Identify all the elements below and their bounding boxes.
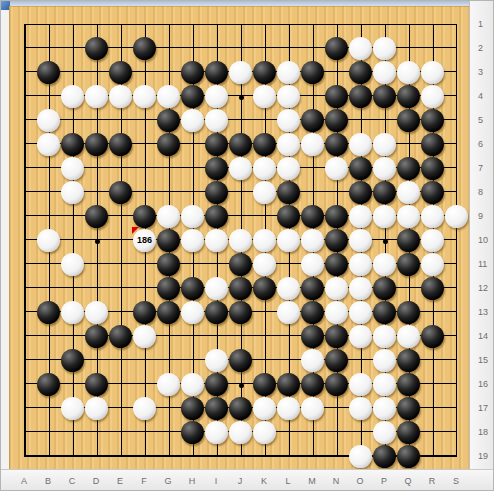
white-stone-M15[interactable] <box>301 349 324 372</box>
black-stone-D2[interactable] <box>85 37 108 60</box>
black-stone-B3[interactable] <box>37 61 60 84</box>
black-stone-L16[interactable] <box>277 373 300 396</box>
black-stone-L8[interactable] <box>277 181 300 204</box>
white-stone-G9[interactable] <box>157 205 180 228</box>
row-label-15: 15 <box>478 355 494 365</box>
black-stone-M12[interactable] <box>301 277 324 300</box>
white-stone-G4[interactable] <box>157 85 180 108</box>
white-stone-C4[interactable] <box>61 85 84 108</box>
black-stone-F2[interactable] <box>133 37 156 60</box>
black-stone-G13[interactable] <box>157 301 180 324</box>
white-stone-B10[interactable] <box>37 229 60 252</box>
black-stone-N6[interactable] <box>325 133 348 156</box>
white-stone-Q3[interactable] <box>397 61 420 84</box>
white-stone-P11[interactable] <box>373 253 396 276</box>
white-stone-I10[interactable] <box>205 229 228 252</box>
white-stone-L6[interactable] <box>277 133 300 156</box>
black-stone-N9[interactable] <box>325 205 348 228</box>
column-label-R: R <box>420 476 444 486</box>
black-stone-H17[interactable] <box>181 397 204 420</box>
black-stone-Q19[interactable] <box>397 445 420 468</box>
white-stone-N7[interactable] <box>325 157 348 180</box>
column-label-J: J <box>228 476 252 486</box>
white-stone-H10[interactable] <box>181 229 204 252</box>
black-stone-J12[interactable] <box>229 277 252 300</box>
white-stone-O19[interactable] <box>349 445 372 468</box>
black-stone-G10[interactable] <box>157 229 180 252</box>
white-stone-P16[interactable] <box>373 373 396 396</box>
row-label-4: 4 <box>478 91 494 101</box>
row-label-13: 13 <box>478 307 494 317</box>
star-point <box>239 383 244 388</box>
row-label-16: 16 <box>478 379 494 389</box>
white-stone-H13[interactable] <box>181 301 204 324</box>
white-stone-H5[interactable] <box>181 109 204 132</box>
row-label-11: 11 <box>478 259 494 269</box>
black-stone-Q4[interactable] <box>397 85 420 108</box>
white-stone-G16[interactable] <box>157 373 180 396</box>
black-stone-P4[interactable] <box>373 85 396 108</box>
white-stone-M11[interactable] <box>301 253 324 276</box>
column-label-M: M <box>300 476 324 486</box>
white-stone-R4[interactable] <box>421 85 444 108</box>
white-stone-C17[interactable] <box>61 397 84 420</box>
black-stone-M16[interactable] <box>301 373 324 396</box>
column-label-D: D <box>84 476 108 486</box>
white-stone-Q9[interactable] <box>397 205 420 228</box>
black-stone-P8[interactable] <box>373 181 396 204</box>
black-stone-G11[interactable] <box>157 253 180 276</box>
black-stone-G6[interactable] <box>157 133 180 156</box>
white-stone-L3[interactable] <box>277 61 300 84</box>
white-stone-K10[interactable] <box>253 229 276 252</box>
black-stone-H4[interactable] <box>181 85 204 108</box>
white-stone-O10[interactable] <box>349 229 372 252</box>
black-stone-I6[interactable] <box>205 133 228 156</box>
white-stone-M17[interactable] <box>301 397 324 420</box>
white-stone-I12[interactable] <box>205 277 228 300</box>
black-stone-R7[interactable] <box>421 157 444 180</box>
black-stone-M9[interactable] <box>301 205 324 228</box>
column-label-C: C <box>60 476 84 486</box>
black-stone-N5[interactable] <box>325 109 348 132</box>
white-stone-P6[interactable] <box>373 133 396 156</box>
white-stone-K8[interactable] <box>253 181 276 204</box>
white-stone-L7[interactable] <box>277 157 300 180</box>
black-stone-D16[interactable] <box>85 373 108 396</box>
white-stone-N12[interactable] <box>325 277 348 300</box>
white-stone-L10[interactable] <box>277 229 300 252</box>
row-label-12: 12 <box>478 283 494 293</box>
column-label-P: P <box>372 476 396 486</box>
white-stone-C11[interactable] <box>61 253 84 276</box>
star-point <box>95 239 100 244</box>
white-stone-F4[interactable] <box>133 85 156 108</box>
row-label-19: 19 <box>478 451 494 461</box>
white-stone-O12[interactable] <box>349 277 372 300</box>
column-label-B: B <box>36 476 60 486</box>
white-stone-I18[interactable] <box>205 421 228 444</box>
white-stone-P7[interactable] <box>373 157 396 180</box>
black-stone-K3[interactable] <box>253 61 276 84</box>
white-stone-P17[interactable] <box>373 397 396 420</box>
white-stone-L4[interactable] <box>277 85 300 108</box>
white-stone-C8[interactable] <box>61 181 84 204</box>
black-stone-R6[interactable] <box>421 133 444 156</box>
black-stone-R5[interactable] <box>421 109 444 132</box>
black-stone-R12[interactable] <box>421 277 444 300</box>
white-stone-K11[interactable] <box>253 253 276 276</box>
white-stone-O2[interactable] <box>349 37 372 60</box>
white-stone-O16[interactable] <box>349 373 372 396</box>
row-label-10: 10 <box>478 235 494 245</box>
black-stone-Q15[interactable] <box>397 349 420 372</box>
move-number-label: 186 <box>133 229 156 252</box>
white-stone-K7[interactable] <box>253 157 276 180</box>
white-stone-O14[interactable] <box>349 325 372 348</box>
black-stone-K12[interactable] <box>253 277 276 300</box>
column-label-O: O <box>348 476 372 486</box>
white-stone-C7[interactable] <box>61 157 84 180</box>
column-label-I: I <box>204 476 228 486</box>
white-stone-K18[interactable] <box>253 421 276 444</box>
white-stone-P15[interactable] <box>373 349 396 372</box>
white-stone-O17[interactable] <box>349 397 372 420</box>
black-stone-M5[interactable] <box>301 109 324 132</box>
white-stone-P18[interactable] <box>373 421 396 444</box>
row-label-6: 6 <box>478 139 494 149</box>
black-stone-I17[interactable] <box>205 397 228 420</box>
white-stone-B5[interactable] <box>37 109 60 132</box>
black-stone-J13[interactable] <box>229 301 252 324</box>
white-stone-P2[interactable] <box>373 37 396 60</box>
black-stone-J6[interactable] <box>229 133 252 156</box>
white-stone-R9[interactable] <box>421 205 444 228</box>
black-stone-J11[interactable] <box>229 253 252 276</box>
black-stone-I7[interactable] <box>205 157 228 180</box>
black-stone-N4[interactable] <box>325 85 348 108</box>
white-stone-I5[interactable] <box>205 109 228 132</box>
column-label-H: H <box>180 476 204 486</box>
row-label-3: 3 <box>478 67 494 77</box>
black-stone-I3[interactable] <box>205 61 228 84</box>
black-stone-D6[interactable] <box>85 133 108 156</box>
white-stone-I4[interactable] <box>205 85 228 108</box>
white-stone-D13[interactable] <box>85 301 108 324</box>
white-stone-O13[interactable] <box>349 301 372 324</box>
black-stone-R8[interactable] <box>421 181 444 204</box>
white-stone-O6[interactable] <box>349 133 372 156</box>
white-stone-J7[interactable] <box>229 157 252 180</box>
black-stone-P19[interactable] <box>373 445 396 468</box>
black-stone-Q17[interactable] <box>397 397 420 420</box>
black-stone-G5[interactable] <box>157 109 180 132</box>
white-stone-L12[interactable] <box>277 277 300 300</box>
row-label-17: 17 <box>478 403 494 413</box>
black-stone-E8[interactable] <box>109 181 132 204</box>
row-label-7: 7 <box>478 163 494 173</box>
star-point <box>239 95 244 100</box>
white-stone-R11[interactable] <box>421 253 444 276</box>
column-label-S: S <box>444 476 468 486</box>
black-stone-N15[interactable] <box>325 349 348 372</box>
white-stone-H9[interactable] <box>181 205 204 228</box>
white-stone-O9[interactable] <box>349 205 372 228</box>
black-stone-Q11[interactable] <box>397 253 420 276</box>
black-stone-K16[interactable] <box>253 373 276 396</box>
white-stone-K4[interactable] <box>253 85 276 108</box>
white-stone-M6[interactable] <box>301 133 324 156</box>
black-stone-J15[interactable] <box>229 349 252 372</box>
black-stone-Q7[interactable] <box>397 157 420 180</box>
column-label-F: F <box>132 476 156 486</box>
black-stone-C6[interactable] <box>61 133 84 156</box>
white-stone-O11[interactable] <box>349 253 372 276</box>
white-stone-R10[interactable] <box>421 229 444 252</box>
column-label-A: A <box>12 476 36 486</box>
white-stone-L5[interactable] <box>277 109 300 132</box>
white-stone-C13[interactable] <box>61 301 84 324</box>
white-stone-F17[interactable] <box>133 397 156 420</box>
white-stone-Q8[interactable] <box>397 181 420 204</box>
column-label-K: K <box>252 476 276 486</box>
black-stone-O3[interactable] <box>349 61 372 84</box>
game-window: 186 ABCDEFGHIJKLMNOPQRS12345678910111213… <box>0 0 494 491</box>
white-stone-R3[interactable] <box>421 61 444 84</box>
black-stone-C15[interactable] <box>61 349 84 372</box>
black-stone-H3[interactable] <box>181 61 204 84</box>
black-stone-H12[interactable] <box>181 277 204 300</box>
black-stone-J17[interactable] <box>229 397 252 420</box>
black-stone-D14[interactable] <box>85 325 108 348</box>
white-stone-L17[interactable] <box>277 397 300 420</box>
black-stone-M13[interactable] <box>301 301 324 324</box>
white-stone-H16[interactable] <box>181 373 204 396</box>
row-label-1: 1 <box>478 19 494 29</box>
black-stone-E6[interactable] <box>109 133 132 156</box>
black-stone-P13[interactable] <box>373 301 396 324</box>
row-label-2: 2 <box>478 43 494 53</box>
white-stone-P3[interactable] <box>373 61 396 84</box>
white-stone-F14[interactable] <box>133 325 156 348</box>
black-stone-Q18[interactable] <box>397 421 420 444</box>
white-stone-I15[interactable] <box>205 349 228 372</box>
black-stone-I9[interactable] <box>205 205 228 228</box>
black-stone-B16[interactable] <box>37 373 60 396</box>
column-label-N: N <box>324 476 348 486</box>
column-label-Q: Q <box>396 476 420 486</box>
black-stone-F9[interactable] <box>133 205 156 228</box>
black-stone-M14[interactable] <box>301 325 324 348</box>
black-stone-O4[interactable] <box>349 85 372 108</box>
black-stone-N16[interactable] <box>325 373 348 396</box>
row-label-8: 8 <box>478 187 494 197</box>
black-stone-R14[interactable] <box>421 325 444 348</box>
black-stone-Q5[interactable] <box>397 109 420 132</box>
black-stone-I8[interactable] <box>205 181 228 204</box>
black-stone-O8[interactable] <box>349 181 372 204</box>
black-stone-Q13[interactable] <box>397 301 420 324</box>
white-stone-K17[interactable] <box>253 397 276 420</box>
black-stone-E3[interactable] <box>109 61 132 84</box>
black-stone-E14[interactable] <box>109 325 132 348</box>
white-stone-D4[interactable] <box>85 85 108 108</box>
black-stone-L9[interactable] <box>277 205 300 228</box>
black-stone-F13[interactable] <box>133 301 156 324</box>
black-stone-N14[interactable] <box>325 325 348 348</box>
black-stone-K6[interactable] <box>253 133 276 156</box>
black-stone-Q10[interactable] <box>397 229 420 252</box>
black-stone-P12[interactable] <box>373 277 396 300</box>
row-label-9: 9 <box>478 211 494 221</box>
black-stone-N11[interactable] <box>325 253 348 276</box>
white-stone-Q14[interactable] <box>397 325 420 348</box>
white-stone-E4[interactable] <box>109 85 132 108</box>
black-stone-M3[interactable] <box>301 61 324 84</box>
black-stone-N10[interactable] <box>325 229 348 252</box>
column-label-L: L <box>276 476 300 486</box>
row-label-18: 18 <box>478 427 494 437</box>
black-stone-D9[interactable] <box>85 205 108 228</box>
white-stone-J3[interactable] <box>229 61 252 84</box>
column-label-E: E <box>108 476 132 486</box>
black-stone-N2[interactable] <box>325 37 348 60</box>
white-stone-P14[interactable] <box>373 325 396 348</box>
row-label-14: 14 <box>478 331 494 341</box>
black-stone-O7[interactable] <box>349 157 372 180</box>
star-point <box>383 239 388 244</box>
white-stone-L13[interactable] <box>277 301 300 324</box>
column-label-G: G <box>156 476 180 486</box>
black-stone-I13[interactable] <box>205 301 228 324</box>
row-label-5: 5 <box>478 115 494 125</box>
white-stone-J10[interactable] <box>229 229 252 252</box>
black-stone-I16[interactable] <box>205 373 228 396</box>
black-stone-G12[interactable] <box>157 277 180 300</box>
white-stone-S9[interactable] <box>445 205 468 228</box>
white-stone-B6[interactable] <box>37 133 60 156</box>
black-stone-H18[interactable] <box>181 421 204 444</box>
black-stone-B13[interactable] <box>37 301 60 324</box>
white-stone-J18[interactable] <box>229 421 252 444</box>
white-stone-P9[interactable] <box>373 205 396 228</box>
white-stone-N13[interactable] <box>325 301 348 324</box>
goban: 186 <box>9 6 472 472</box>
white-stone-D17[interactable] <box>85 397 108 420</box>
black-stone-Q16[interactable] <box>397 373 420 396</box>
white-stone-M10[interactable] <box>301 229 324 252</box>
